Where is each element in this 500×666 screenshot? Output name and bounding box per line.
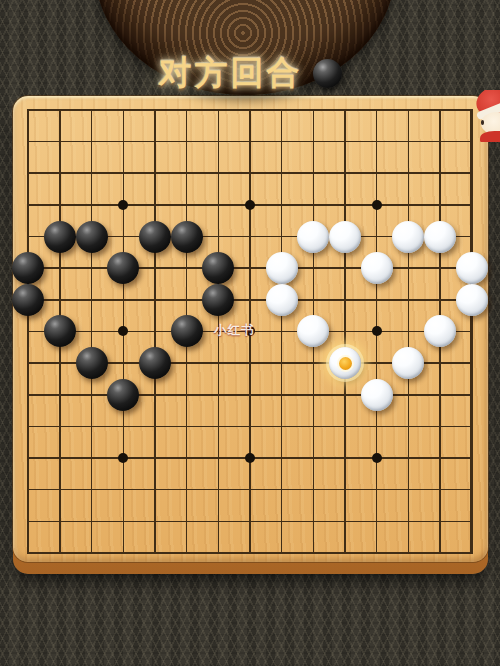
game-screen: { "game": "gomoku", "board": { "size": 1… bbox=[0, 0, 500, 666]
peeking-mascot[interactable] bbox=[475, 90, 500, 142]
white-stone bbox=[456, 284, 488, 316]
black-stone bbox=[76, 221, 108, 253]
white-stone bbox=[361, 379, 393, 411]
white-stone bbox=[297, 315, 329, 347]
star-point bbox=[372, 200, 382, 210]
turn-banner-label: 对方回合 bbox=[159, 51, 303, 96]
grid-line-horizontal bbox=[27, 426, 473, 428]
mascot-body bbox=[480, 131, 500, 142]
black-stone bbox=[44, 221, 76, 253]
grid-line-vertical bbox=[470, 109, 472, 554]
grid-line-vertical bbox=[281, 109, 283, 554]
black-stone bbox=[171, 221, 203, 253]
star-point bbox=[245, 200, 255, 210]
black-stone bbox=[44, 315, 76, 347]
grid-line-horizontal bbox=[27, 552, 473, 554]
black-stone bbox=[139, 347, 171, 379]
white-stone bbox=[456, 252, 488, 284]
white-stone bbox=[329, 221, 361, 253]
grid-line-horizontal bbox=[27, 489, 473, 491]
white-stone bbox=[266, 284, 298, 316]
white-stone bbox=[361, 252, 393, 284]
black-stone bbox=[202, 284, 234, 316]
white-stone bbox=[392, 347, 424, 379]
star-point bbox=[245, 453, 255, 463]
grid-line-vertical bbox=[344, 109, 346, 554]
grid-line-horizontal bbox=[27, 521, 473, 523]
star-point bbox=[118, 453, 128, 463]
black-stone bbox=[12, 284, 44, 316]
black-stone bbox=[107, 252, 139, 284]
white-stone bbox=[297, 221, 329, 253]
mascot-eye bbox=[481, 120, 485, 125]
white-stone bbox=[424, 221, 456, 253]
star-point bbox=[118, 200, 128, 210]
white-stone-last-move bbox=[329, 347, 361, 379]
black-stone bbox=[76, 347, 108, 379]
white-stone bbox=[424, 315, 456, 347]
grid-line-vertical bbox=[408, 109, 410, 554]
turn-banner: 对方回合 bbox=[128, 50, 372, 96]
black-stone bbox=[139, 221, 171, 253]
star-point bbox=[372, 326, 382, 336]
black-stone bbox=[202, 252, 234, 284]
black-stone bbox=[107, 379, 139, 411]
last-move-marker-icon bbox=[339, 357, 352, 370]
watermark: 小红书 bbox=[214, 322, 255, 339]
grid-line-horizontal bbox=[27, 394, 473, 396]
star-point bbox=[118, 326, 128, 336]
black-stone bbox=[171, 315, 203, 347]
white-stone bbox=[266, 252, 298, 284]
black-stone bbox=[12, 252, 44, 284]
white-stone bbox=[392, 221, 424, 253]
star-point bbox=[372, 453, 382, 463]
black-stone-turn-indicator-icon bbox=[313, 59, 342, 88]
